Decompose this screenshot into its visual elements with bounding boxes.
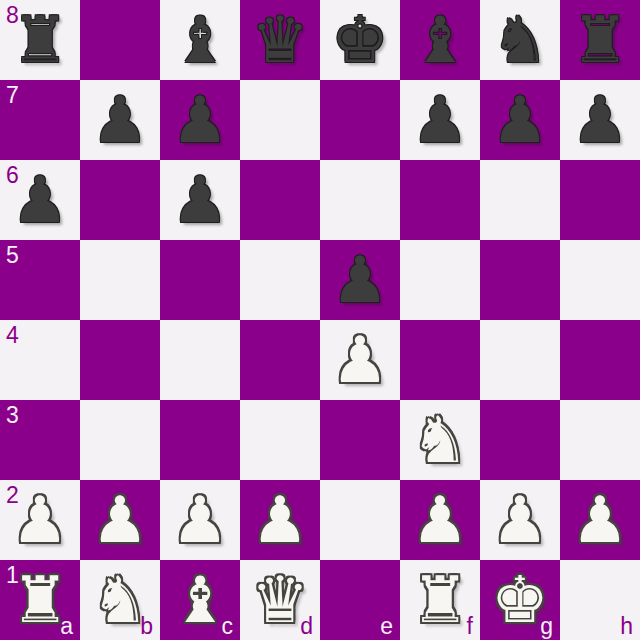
square-f1[interactable]: f♜ <box>400 560 480 640</box>
square-f7[interactable]: ♟ <box>400 80 480 160</box>
square-e1[interactable]: e <box>320 560 400 640</box>
rank-label-4: 4 <box>6 324 19 347</box>
piece-white-pawn[interactable]: ♟ <box>160 480 240 560</box>
rank-label-7: 7 <box>6 84 19 107</box>
square-c3[interactable] <box>160 400 240 480</box>
square-f8[interactable]: ♝ <box>400 0 480 80</box>
square-a8[interactable]: 8♜ <box>0 0 80 80</box>
square-f2[interactable]: ♟ <box>400 480 480 560</box>
square-e7[interactable] <box>320 80 400 160</box>
rank-label-5: 5 <box>6 244 19 267</box>
square-g2[interactable]: ♟ <box>480 480 560 560</box>
square-h2[interactable]: ♟ <box>560 480 640 560</box>
square-d4[interactable] <box>240 320 320 400</box>
square-d7[interactable] <box>240 80 320 160</box>
square-d8[interactable]: ♛ <box>240 0 320 80</box>
piece-black-pawn[interactable]: ♟ <box>80 80 160 160</box>
square-a3[interactable]: 3 <box>0 400 80 480</box>
square-g7[interactable]: ♟ <box>480 80 560 160</box>
square-h7[interactable]: ♟ <box>560 80 640 160</box>
piece-black-king[interactable]: ♚ <box>320 0 400 80</box>
piece-white-bishop[interactable]: ♝ <box>160 560 240 640</box>
piece-white-knight[interactable]: ♞ <box>400 400 480 480</box>
piece-black-pawn[interactable]: ♟ <box>480 80 560 160</box>
piece-black-pawn[interactable]: ♟ <box>560 80 640 160</box>
file-label-e: e <box>380 615 393 638</box>
square-c2[interactable]: ♟ <box>160 480 240 560</box>
square-g3[interactable] <box>480 400 560 480</box>
square-h6[interactable] <box>560 160 640 240</box>
square-f3[interactable]: ♞ <box>400 400 480 480</box>
square-b3[interactable] <box>80 400 160 480</box>
square-b2[interactable]: ♟ <box>80 480 160 560</box>
piece-black-pawn[interactable]: ♟ <box>160 160 240 240</box>
square-c4[interactable] <box>160 320 240 400</box>
piece-white-rook[interactable]: ♜ <box>400 560 480 640</box>
square-b6[interactable] <box>80 160 160 240</box>
square-g8[interactable]: ♞ <box>480 0 560 80</box>
square-f4[interactable] <box>400 320 480 400</box>
square-h3[interactable] <box>560 400 640 480</box>
piece-white-knight[interactable]: ♞ <box>80 560 160 640</box>
piece-black-pawn[interactable]: ♟ <box>400 80 480 160</box>
square-a5[interactable]: 5 <box>0 240 80 320</box>
square-h1[interactable]: h <box>560 560 640 640</box>
square-d3[interactable] <box>240 400 320 480</box>
piece-black-queen[interactable]: ♛ <box>240 0 320 80</box>
piece-white-pawn[interactable]: ♟ <box>0 480 80 560</box>
square-e6[interactable] <box>320 160 400 240</box>
square-b8[interactable] <box>80 0 160 80</box>
piece-black-pawn[interactable]: ♟ <box>160 80 240 160</box>
piece-black-bishop[interactable]: ♝ <box>160 0 240 80</box>
square-e4[interactable]: ♟ <box>320 320 400 400</box>
piece-white-pawn[interactable]: ♟ <box>320 320 400 400</box>
rank-label-3: 3 <box>6 404 19 427</box>
square-d5[interactable] <box>240 240 320 320</box>
piece-black-bishop[interactable]: ♝ <box>400 0 480 80</box>
piece-white-pawn[interactable]: ♟ <box>480 480 560 560</box>
square-b7[interactable]: ♟ <box>80 80 160 160</box>
square-e8[interactable]: ♚ <box>320 0 400 80</box>
square-b1[interactable]: b♞ <box>80 560 160 640</box>
piece-black-rook[interactable]: ♜ <box>0 0 80 80</box>
piece-white-pawn[interactable]: ♟ <box>400 480 480 560</box>
square-d2[interactable]: ♟ <box>240 480 320 560</box>
square-a1[interactable]: 1a♜ <box>0 560 80 640</box>
square-e5[interactable]: ♟ <box>320 240 400 320</box>
square-b5[interactable] <box>80 240 160 320</box>
square-a7[interactable]: 7 <box>0 80 80 160</box>
square-h8[interactable]: ♜ <box>560 0 640 80</box>
piece-white-rook[interactable]: ♜ <box>0 560 80 640</box>
piece-black-rook[interactable]: ♜ <box>560 0 640 80</box>
square-g1[interactable]: g♚ <box>480 560 560 640</box>
square-c5[interactable] <box>160 240 240 320</box>
square-h5[interactable] <box>560 240 640 320</box>
square-a6[interactable]: 6♟ <box>0 160 80 240</box>
square-d6[interactable] <box>240 160 320 240</box>
square-e3[interactable] <box>320 400 400 480</box>
square-g4[interactable] <box>480 320 560 400</box>
square-b4[interactable] <box>80 320 160 400</box>
chess-board: 8♜♝♛♚♝♞♜7♟♟♟♟♟6♟♟5♟4♟3♞2♟♟♟♟♟♟♟1a♜b♞c♝d♛… <box>0 0 640 640</box>
piece-white-pawn[interactable]: ♟ <box>560 480 640 560</box>
square-c7[interactable]: ♟ <box>160 80 240 160</box>
square-c1[interactable]: c♝ <box>160 560 240 640</box>
piece-black-knight[interactable]: ♞ <box>480 0 560 80</box>
piece-white-queen[interactable]: ♛ <box>240 560 320 640</box>
square-g6[interactable] <box>480 160 560 240</box>
piece-white-pawn[interactable]: ♟ <box>80 480 160 560</box>
piece-white-pawn[interactable]: ♟ <box>240 480 320 560</box>
piece-black-pawn[interactable]: ♟ <box>0 160 80 240</box>
square-f5[interactable] <box>400 240 480 320</box>
piece-white-king[interactable]: ♚ <box>480 560 560 640</box>
square-c8[interactable]: ♝ <box>160 0 240 80</box>
square-f6[interactable] <box>400 160 480 240</box>
square-d1[interactable]: d♛ <box>240 560 320 640</box>
square-e2[interactable] <box>320 480 400 560</box>
square-c6[interactable]: ♟ <box>160 160 240 240</box>
square-h4[interactable] <box>560 320 640 400</box>
square-g5[interactable] <box>480 240 560 320</box>
file-label-h: h <box>620 615 633 638</box>
square-a4[interactable]: 4 <box>0 320 80 400</box>
square-a2[interactable]: 2♟ <box>0 480 80 560</box>
piece-black-pawn[interactable]: ♟ <box>320 240 400 320</box>
